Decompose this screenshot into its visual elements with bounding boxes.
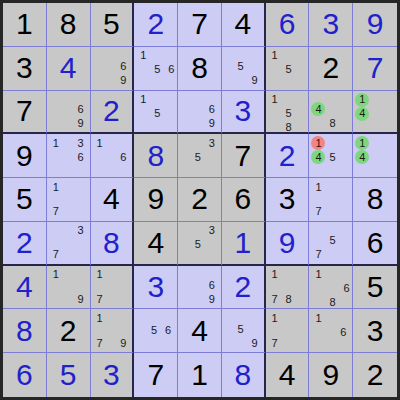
candidate-slot-8 <box>107 336 117 350</box>
candidate-slot-1 <box>311 224 325 234</box>
given-digit: 1 <box>16 9 33 39</box>
given-digit: 8 <box>191 53 208 83</box>
candidate-slot-7 <box>311 339 325 350</box>
solved-digit: 2 <box>234 272 251 302</box>
candidate-slot-1: 1 <box>355 93 369 107</box>
cell-r8c8[interactable]: 16 <box>309 309 353 353</box>
candidate-7: 7 <box>49 248 63 262</box>
candidate-slot-1: 1 <box>311 268 325 282</box>
cell-r8c2[interactable]: 2 <box>47 309 91 353</box>
candidate-slot-5 <box>369 107 382 121</box>
candidate-slot-6 <box>248 322 262 336</box>
candidate-slot-4: 4 <box>355 107 369 121</box>
candidate-slot-6 <box>294 325 306 336</box>
cell-r3c6[interactable]: 3 <box>222 91 266 135</box>
candidate-slot-3 <box>336 311 350 325</box>
candidate-slot-9: 9 <box>205 292 219 306</box>
cell-r5c9[interactable]: 8 <box>353 178 397 222</box>
candidate-slot-7: 7 <box>311 205 325 219</box>
cell-r4c9[interactable]: 14 <box>353 134 397 178</box>
candidate-slot-3: 3 <box>74 224 88 238</box>
candidate-slot-7 <box>311 116 325 130</box>
candidate-slot-9 <box>338 205 350 219</box>
candidate-slot-7: 7 <box>93 292 107 306</box>
given-digit: 8 <box>367 184 384 214</box>
candidate-grid: 14 <box>355 93 395 131</box>
candidate-3: 3 <box>205 136 219 150</box>
candidate-9: 9 <box>248 74 262 88</box>
cell-r2c6[interactable]: 59 <box>222 47 266 91</box>
candidate-slot-2 <box>282 311 294 325</box>
candidate-slot-4 <box>180 278 192 292</box>
candidate-grid: 16 <box>311 311 350 350</box>
candidate-slot-9: 9 <box>74 116 88 130</box>
candidate-slot-8 <box>63 248 74 262</box>
cell-r5c7[interactable]: 3 <box>266 178 310 222</box>
cell-r2c9[interactable]: 7 <box>353 47 397 91</box>
solved-digit: 4 <box>16 272 33 302</box>
cell-r9c8[interactable]: 9 <box>309 353 353 397</box>
candidate-slot-7 <box>49 116 61 130</box>
candidate-slot-7 <box>136 121 150 131</box>
cell-r6c3[interactable]: 8 <box>91 222 135 266</box>
candidate-5: 5 <box>147 324 161 338</box>
cell-r2c1[interactable]: 3 <box>3 47 47 91</box>
cell-r9c7[interactable]: 4 <box>266 353 310 397</box>
cell-r8c5[interactable]: 4 <box>178 309 222 353</box>
candidate-grid: 158 <box>268 93 307 131</box>
candidate-slot-6 <box>382 107 395 121</box>
candidate-slot-5 <box>325 325 336 339</box>
candidate-slot-3 <box>248 311 262 322</box>
given-digit: 2 <box>191 184 208 214</box>
given-digit: 2 <box>60 316 77 346</box>
candidate-1-highlight-green: 1 <box>355 136 369 150</box>
candidate-slot-9 <box>74 164 88 175</box>
candidate-slot-7 <box>268 77 282 88</box>
candidate-6: 6 <box>74 102 88 116</box>
cell-r8c7[interactable]: 17 <box>266 309 310 353</box>
candidate-slot-6 <box>339 234 350 248</box>
candidate-slot-1: 1 <box>268 311 282 325</box>
candidate-slot-9 <box>296 292 307 306</box>
candidate-slot-4 <box>49 102 61 116</box>
cell-r7c6[interactable]: 2 <box>222 266 266 310</box>
candidate-5: 5 <box>325 150 339 164</box>
given-digit: 3 <box>279 184 296 214</box>
candidate-slot-8: 8 <box>282 121 296 135</box>
candidate-slot-4 <box>49 282 63 293</box>
cell-r5c8[interactable]: 17 <box>309 178 353 222</box>
candidate-slot-6 <box>74 282 88 293</box>
candidate-slot-1 <box>180 136 191 150</box>
cell-r2c7[interactable]: 15 <box>266 47 310 91</box>
candidate-grid: 156 <box>136 49 175 88</box>
cell-r7c2[interactable]: 19 <box>47 266 91 310</box>
candidate-8: 8 <box>325 296 339 310</box>
candidate-slot-3 <box>74 268 88 282</box>
candidate-7: 7 <box>268 336 282 350</box>
cell-r9c6[interactable]: 8 <box>222 353 266 397</box>
cell-r2c2[interactable]: 4 <box>47 47 91 91</box>
candidate-slot-6: 6 <box>116 60 130 74</box>
candidate-slot-1: 1 <box>268 268 282 282</box>
solved-digit: 8 <box>147 141 164 171</box>
candidate-slot-9 <box>382 121 395 131</box>
candidate-slot-1: 1 <box>311 311 325 325</box>
candidate-slot-6: 6 <box>74 102 88 116</box>
cell-r6c5[interactable]: 35 <box>178 222 222 266</box>
candidate-1: 1 <box>311 180 325 194</box>
cell-r4c7[interactable]: 2 <box>266 134 310 178</box>
candidate-slot-4 <box>136 324 147 338</box>
given-digit: 4 <box>279 360 296 390</box>
candidate-slot-2 <box>147 311 161 323</box>
candidate-8: 8 <box>282 292 296 306</box>
candidate-slot-6 <box>338 194 350 205</box>
candidate-slot-9 <box>118 292 130 306</box>
cell-r6c9[interactable]: 6 <box>353 222 397 266</box>
cell-r1c9[interactable]: 9 <box>353 3 397 47</box>
candidate-9: 9 <box>74 292 88 306</box>
candidate-slot-4 <box>93 150 107 164</box>
candidate-slot-5 <box>192 278 204 292</box>
candidate-slot-6 <box>296 282 307 293</box>
candidate-slot-1 <box>224 311 234 322</box>
candidate-slot-6 <box>205 150 219 164</box>
given-digit: 7 <box>191 9 208 39</box>
candidate-slot-5: 5 <box>282 63 296 77</box>
cell-r7c7[interactable]: 178 <box>266 266 310 310</box>
candidate-5: 5 <box>150 63 164 77</box>
candidate-slot-6: 6 <box>205 278 219 292</box>
candidate-slot-9: 9 <box>116 74 130 88</box>
candidate-slot-7 <box>136 338 147 350</box>
cell-r9c2[interactable]: 5 <box>47 353 91 397</box>
candidate-slot-5 <box>282 325 294 336</box>
candidate-slot-2 <box>63 180 75 194</box>
candidate-slot-1: 1 <box>311 180 325 194</box>
candidate-slot-3: 3 <box>205 136 219 150</box>
cell-r2c3[interactable]: 69 <box>91 47 135 91</box>
candidate-7: 7 <box>49 205 63 219</box>
candidate-slot-8 <box>107 164 117 175</box>
candidate-slot-5 <box>63 150 74 164</box>
cell-r4c4[interactable]: 8 <box>134 134 178 178</box>
cell-r4c6[interactable]: 7 <box>222 134 266 178</box>
given-digit: 4 <box>147 228 164 258</box>
candidate-grid: 35 <box>180 136 219 175</box>
candidate-slot-5 <box>63 194 75 205</box>
candidate-slot-9 <box>336 339 350 350</box>
candidate-slot-4 <box>93 282 107 293</box>
cell-r1c4[interactable]: 2 <box>134 3 178 47</box>
cell-r9c1[interactable]: 6 <box>3 353 47 397</box>
candidate-slot-4 <box>224 322 234 336</box>
candidate-slot-2 <box>150 49 164 63</box>
cell-r3c3[interactable]: 2 <box>91 91 135 135</box>
candidate-1: 1 <box>268 93 282 107</box>
candidate-slot-8 <box>325 339 336 350</box>
candidate-grid: 37 <box>49 224 88 262</box>
cell-r1c5[interactable]: 7 <box>178 3 222 47</box>
candidate-grid: 35 <box>180 224 219 262</box>
cell-r6c6[interactable]: 1 <box>222 222 266 266</box>
candidate-4-highlight-green: 4 <box>311 102 325 116</box>
cell-r5c5[interactable]: 2 <box>178 178 222 222</box>
given-digit: 3 <box>16 53 33 83</box>
candidate-slot-3: 3 <box>205 224 219 238</box>
candidate-slot-8 <box>234 336 248 350</box>
candidate-6: 6 <box>161 324 175 338</box>
candidate-slot-5 <box>104 60 116 74</box>
given-digit: 6 <box>234 184 251 214</box>
candidate-slot-5: 5 <box>282 107 296 121</box>
candidate-slot-9: 9 <box>248 74 262 88</box>
cell-r5c3[interactable]: 4 <box>91 178 135 222</box>
cell-r7c4[interactable]: 3 <box>134 266 178 310</box>
cell-r9c5[interactable]: 1 <box>178 353 222 397</box>
candidate-slot-9: 9 <box>205 116 219 130</box>
candidate-1: 1 <box>268 268 282 282</box>
candidate-slot-8 <box>147 338 161 350</box>
cell-r1c7[interactable]: 6 <box>266 3 310 47</box>
cell-r3c4[interactable]: 15 <box>134 91 178 135</box>
candidate-grid: 136 <box>49 136 88 175</box>
candidate-slot-9 <box>339 248 350 262</box>
candidate-slot-6: 6 <box>74 150 88 164</box>
candidate-slot-8: 8 <box>282 292 296 306</box>
candidate-slot-8 <box>282 77 296 88</box>
solved-digit: 3 <box>322 9 339 39</box>
candidate-1: 1 <box>93 136 107 150</box>
cell-r5c6[interactable]: 6 <box>222 178 266 222</box>
cell-r5c4[interactable]: 9 <box>134 178 178 222</box>
candidate-1: 1 <box>49 136 63 150</box>
candidate-slot-1: 1 <box>355 136 369 150</box>
cell-r5c1[interactable]: 5 <box>3 178 47 222</box>
cell-r8c3[interactable]: 179 <box>91 309 135 353</box>
candidate-9: 9 <box>74 116 88 130</box>
candidate-5: 5 <box>150 107 164 121</box>
candidate-slot-8 <box>63 205 75 219</box>
candidate-slot-9 <box>339 296 353 310</box>
candidate-9: 9 <box>205 292 219 306</box>
cell-r3c2[interactable]: 69 <box>47 91 91 135</box>
candidate-slot-4 <box>268 325 282 336</box>
cell-r8c9[interactable]: 3 <box>353 309 397 353</box>
given-digit: 2 <box>322 53 339 83</box>
candidate-1-highlight-green: 1 <box>355 93 369 107</box>
candidate-slot-1: 1 <box>49 180 63 194</box>
candidate-grid: 14 <box>355 136 395 175</box>
candidate-slot-4 <box>136 107 150 121</box>
candidate-slot-7 <box>180 116 192 130</box>
cell-r4c3[interactable]: 16 <box>91 134 135 178</box>
candidate-slot-7: 7 <box>49 205 63 219</box>
candidate-grid: 69 <box>180 93 219 131</box>
candidate-slot-7 <box>93 74 105 88</box>
cell-r2c5[interactable]: 8 <box>178 47 222 91</box>
candidate-slot-3 <box>75 180 87 194</box>
candidate-5: 5 <box>282 107 296 121</box>
cell-r3c9[interactable]: 14 <box>353 91 397 135</box>
cell-r5c2[interactable]: 17 <box>47 178 91 222</box>
cell-r1c1[interactable]: 1 <box>3 3 47 47</box>
candidate-slot-6 <box>248 60 262 74</box>
candidate-grid: 57 <box>311 224 350 262</box>
candidate-slot-5 <box>63 238 74 248</box>
candidate-slot-9 <box>164 77 178 88</box>
candidate-slot-4 <box>136 63 150 77</box>
solved-digit: 8 <box>16 316 33 346</box>
candidate-7: 7 <box>311 248 325 262</box>
candidate-slot-4: 4 <box>355 150 369 164</box>
cell-r7c9[interactable]: 5 <box>353 266 397 310</box>
cell-r3c7[interactable]: 158 <box>266 91 310 135</box>
cell-r6c2[interactable]: 37 <box>47 222 91 266</box>
candidate-slot-8 <box>192 116 204 130</box>
candidate-slot-2 <box>63 136 74 150</box>
cell-r6c7[interactable]: 9 <box>266 222 310 266</box>
given-digit: 6 <box>367 228 384 258</box>
cell-r8c4[interactable]: 56 <box>134 309 178 353</box>
cell-r1c3[interactable]: 5 <box>91 3 135 47</box>
candidate-slot-7 <box>268 121 282 135</box>
candidate-slot-3 <box>116 311 130 325</box>
given-digit: 4 <box>103 184 120 214</box>
candidate-slot-4 <box>268 107 282 121</box>
candidate-slot-2 <box>63 224 74 238</box>
candidate-6: 6 <box>339 282 353 296</box>
candidate-slot-1 <box>93 49 105 60</box>
candidate-1: 1 <box>268 311 282 325</box>
candidate-slot-9 <box>116 164 130 175</box>
candidate-slot-6: 6 <box>336 325 350 339</box>
candidate-slot-3 <box>116 49 130 60</box>
candidate-slot-7 <box>180 164 191 175</box>
cell-r9c4[interactable]: 7 <box>134 353 178 397</box>
candidate-1: 1 <box>311 268 325 282</box>
candidate-slot-2 <box>107 311 117 325</box>
candidate-slot-2 <box>192 268 204 279</box>
cell-r9c9[interactable]: 2 <box>353 353 397 397</box>
given-digit: 4 <box>191 316 208 346</box>
solved-digit: 9 <box>367 9 384 39</box>
cell-r9c3[interactable]: 3 <box>91 353 135 397</box>
candidate-slot-3 <box>382 136 395 150</box>
candidate-slot-2 <box>104 49 116 60</box>
cell-r6c8[interactable]: 57 <box>309 222 353 266</box>
candidate-slot-4 <box>311 325 325 339</box>
cell-r4c8[interactable]: 145 <box>309 134 353 178</box>
candidate-grid: 17 <box>49 180 88 219</box>
candidate-slot-3 <box>296 268 307 282</box>
cell-r1c8[interactable]: 3 <box>309 3 353 47</box>
candidate-slot-8 <box>150 121 164 131</box>
candidate-9: 9 <box>116 336 130 350</box>
cell-r2c4[interactable]: 156 <box>134 47 178 91</box>
cell-r4c2[interactable]: 136 <box>47 134 91 178</box>
cell-r7c1[interactable]: 4 <box>3 266 47 310</box>
candidate-slot-9 <box>382 164 395 175</box>
candidate-slot-4 <box>311 194 325 205</box>
candidate-slot-2 <box>325 268 339 282</box>
cell-r3c8[interactable]: 48 <box>309 91 353 135</box>
candidate-1: 1 <box>136 93 150 107</box>
cell-r6c4[interactable]: 4 <box>134 222 178 266</box>
candidate-slot-3 <box>339 268 353 282</box>
candidate-slot-7 <box>311 296 325 310</box>
candidate-grid: 56 <box>136 311 175 350</box>
candidate-slot-7: 7 <box>49 248 63 262</box>
candidate-grid: 69 <box>180 268 219 307</box>
candidate-slot-2 <box>325 93 339 103</box>
cell-r4c5[interactable]: 35 <box>178 134 222 178</box>
candidate-slot-8 <box>325 248 339 262</box>
candidate-grid: 16 <box>93 136 131 175</box>
solved-digit: 2 <box>16 228 33 258</box>
candidate-7: 7 <box>268 292 282 306</box>
candidate-slot-7 <box>49 292 63 306</box>
cell-r2c8[interactable]: 2 <box>309 47 353 91</box>
cell-r7c5[interactable]: 69 <box>178 266 222 310</box>
candidate-slot-4 <box>224 60 234 74</box>
cell-r8c1[interactable]: 8 <box>3 309 47 353</box>
candidate-slot-2 <box>282 93 296 107</box>
candidate-slot-5: 5 <box>150 63 164 77</box>
cell-r1c2[interactable]: 8 <box>47 3 91 47</box>
candidate-slot-2 <box>61 93 73 103</box>
cell-r7c8[interactable]: 168 <box>309 266 353 310</box>
solved-digit: 3 <box>147 272 164 302</box>
candidate-slot-4 <box>49 150 63 164</box>
candidate-slot-4 <box>93 325 107 336</box>
cell-r3c1[interactable]: 7 <box>3 91 47 135</box>
candidate-slot-6 <box>339 102 350 116</box>
candidate-slot-7 <box>136 77 150 88</box>
candidate-grid: 48 <box>311 93 350 131</box>
solved-digit: 2 <box>147 9 164 39</box>
candidate-slot-3 <box>161 311 175 323</box>
candidate-slot-8 <box>191 252 205 262</box>
candidate-slot-3 <box>296 93 307 107</box>
cell-r8c6[interactable]: 59 <box>222 309 266 353</box>
candidate-slot-4 <box>268 282 282 293</box>
cell-r3c5[interactable]: 69 <box>178 91 222 135</box>
candidate-slot-8 <box>192 292 204 306</box>
candidate-slot-7 <box>224 74 234 88</box>
cell-r6c1[interactable]: 2 <box>3 222 47 266</box>
cell-r1c6[interactable]: 4 <box>222 3 266 47</box>
candidate-slot-9 <box>294 336 306 350</box>
cell-r4c1[interactable]: 9 <box>3 134 47 178</box>
candidate-slot-8: 8 <box>325 116 339 130</box>
candidate-slot-8 <box>191 164 205 175</box>
candidate-slot-8 <box>325 205 337 219</box>
candidate-slot-6: 6 <box>116 150 130 164</box>
candidate-slot-3 <box>205 268 219 279</box>
candidate-9: 9 <box>116 74 130 88</box>
cell-r7c3[interactable]: 17 <box>91 266 135 310</box>
candidate-1: 1 <box>49 268 63 282</box>
candidate-grid: 69 <box>49 93 88 131</box>
candidate-slot-9 <box>164 121 175 131</box>
candidate-slot-1: 1 <box>93 311 107 325</box>
solved-digit: 3 <box>103 360 120 390</box>
sudoku-board: 1852746393469156859152776921569315848149… <box>0 0 400 400</box>
candidate-slot-5 <box>107 282 119 293</box>
